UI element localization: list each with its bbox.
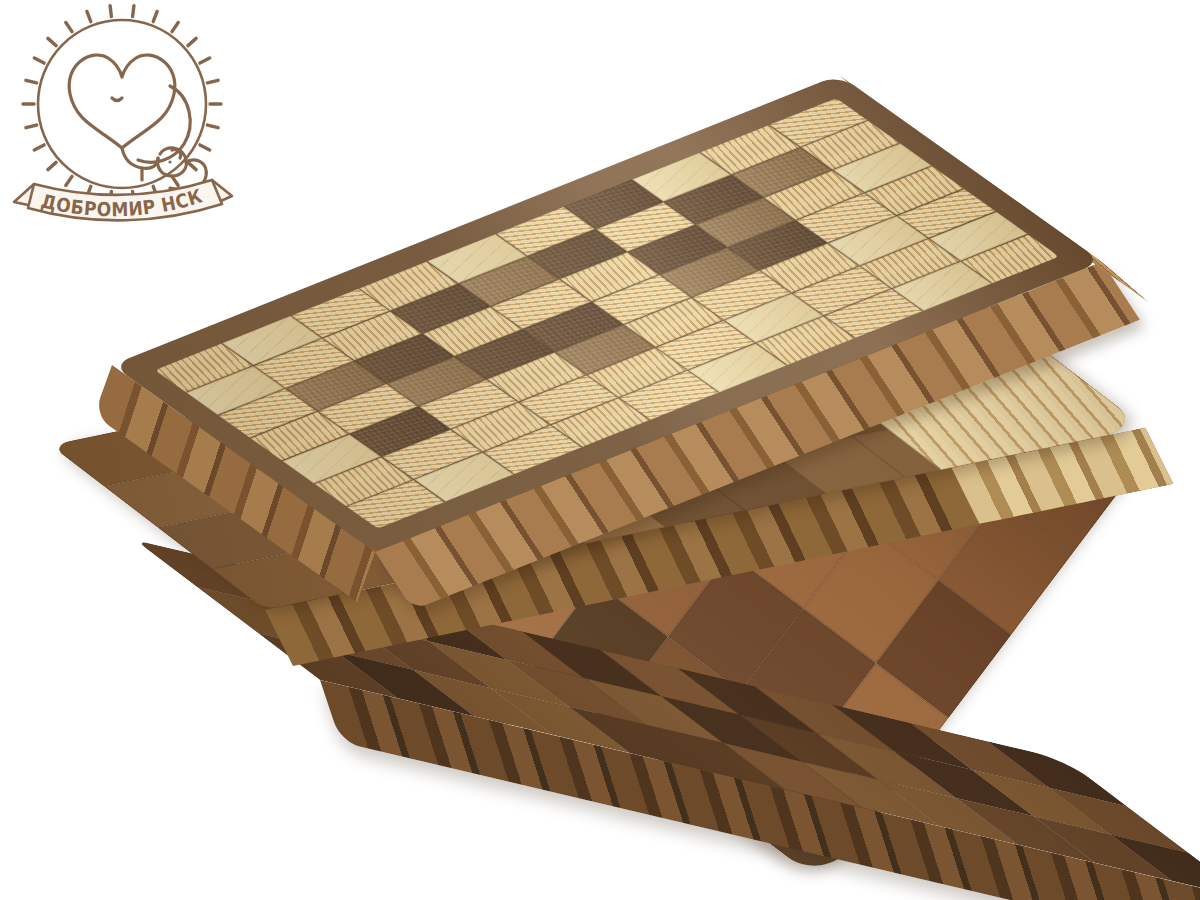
tick-mark (133, 6, 134, 17)
tick-mark (26, 80, 37, 83)
badge-circle (38, 20, 206, 188)
tick-mark (172, 176, 178, 185)
tick-mark (172, 23, 178, 32)
tick-mark (34, 58, 44, 63)
tick-mark (66, 23, 72, 32)
tick-mark (48, 162, 56, 169)
tick-mark (207, 80, 218, 83)
tick-mark (34, 145, 44, 150)
tick-mark (48, 38, 56, 45)
tick-mark (207, 125, 218, 128)
tick-mark (87, 11, 91, 21)
tick-mark (153, 11, 157, 21)
tick-mark (200, 145, 210, 150)
brand-logo-badge: ДОБРОМИР НСК (0, 0, 246, 236)
tick-mark (188, 162, 196, 169)
tick-mark (66, 176, 72, 185)
tick-mark (26, 125, 37, 128)
tick-mark (110, 6, 111, 17)
tick-mark (188, 38, 196, 45)
cutting-boards-photo: ДОБРОМИР НСК (0, 0, 1200, 900)
tick-mark (200, 58, 210, 63)
